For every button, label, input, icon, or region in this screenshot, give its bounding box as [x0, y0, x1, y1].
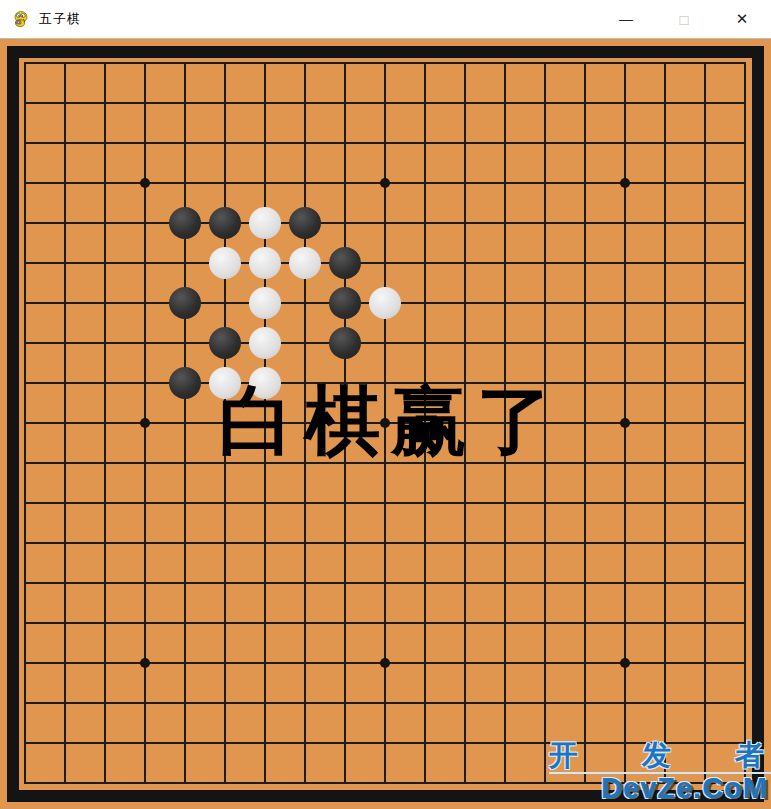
watermark: 开 发 者 DevZe.CoM [549, 740, 768, 803]
white-stone [249, 207, 281, 239]
white-stone [209, 247, 241, 279]
board-grid[interactable] [24, 62, 746, 784]
black-stone [329, 247, 361, 279]
tk-app-icon [13, 11, 29, 27]
star-point [620, 418, 630, 428]
black-stone [209, 207, 241, 239]
title-bar: 五子棋 — □ ✕ [0, 0, 771, 39]
close-button[interactable]: ✕ [713, 0, 771, 38]
star-point [620, 658, 630, 668]
window-title: 五子棋 [39, 10, 81, 28]
app-window: 五子棋 — □ ✕ 白棋赢了 开 发 者 DevZe.CoM [0, 0, 771, 809]
star-point [620, 178, 630, 188]
window-controls: — □ ✕ [597, 0, 771, 38]
black-stone [169, 367, 201, 399]
white-stone [249, 247, 281, 279]
star-point [380, 418, 390, 428]
black-stone [169, 287, 201, 319]
black-stone [289, 207, 321, 239]
board-canvas[interactable]: 白棋赢了 开 发 者 DevZe.CoM [0, 39, 771, 809]
white-stone [289, 247, 321, 279]
maximize-button[interactable]: □ [655, 0, 713, 38]
white-stone [369, 287, 401, 319]
black-stone [329, 327, 361, 359]
star-point [380, 658, 390, 668]
minimize-button[interactable]: — [597, 0, 655, 38]
star-point [140, 178, 150, 188]
star-point [140, 658, 150, 668]
black-stone [169, 207, 201, 239]
watermark-line1: 开 发 者 [549, 740, 771, 774]
black-stone [209, 327, 241, 359]
white-stone [249, 367, 281, 399]
star-point [140, 418, 150, 428]
white-stone [249, 287, 281, 319]
star-point [380, 178, 390, 188]
watermark-line2: DevZe.CoM [549, 774, 768, 803]
white-stone [249, 327, 281, 359]
white-stone [209, 367, 241, 399]
black-stone [329, 287, 361, 319]
